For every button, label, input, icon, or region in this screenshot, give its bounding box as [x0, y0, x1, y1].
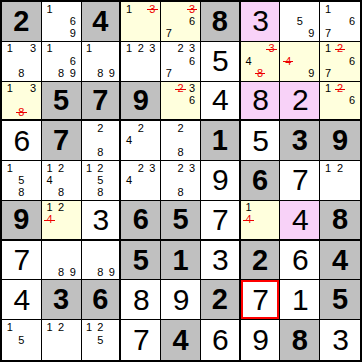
- given-digit: 7: [92, 86, 108, 115]
- empty-candidate-slot: [106, 43, 117, 55]
- cell-r5c9[interactable]: 12: [320, 161, 360, 201]
- given-digit: 5: [332, 285, 348, 314]
- cell-r8c6[interactable]: 2: [201, 280, 241, 320]
- empty-candidate-slot: [306, 3, 318, 15]
- empty-candidate-slot: [44, 254, 56, 266]
- empty-candidate-slot: [95, 346, 106, 359]
- given-digit: 8: [332, 205, 348, 234]
- cell-r2c6[interactable]: 5: [201, 42, 241, 82]
- candidate-8: 8: [55, 266, 67, 278]
- empty-candidate-slot: [67, 242, 79, 254]
- candidate-1: 1: [322, 3, 334, 15]
- cell-r7c9[interactable]: 4: [320, 241, 360, 281]
- cell-r7c4[interactable]: 5: [121, 241, 161, 281]
- empty-candidate-slot: [346, 83, 358, 95]
- given-digit: 5: [133, 246, 149, 275]
- candidate-3: 3: [27, 43, 39, 55]
- pencil-marks: 138: [2, 82, 41, 120]
- candidate-5: 5: [294, 15, 306, 27]
- empty-candidate-slot: [346, 43, 358, 55]
- empty-candidate-slot: [282, 67, 294, 79]
- empty-candidate-slot: [266, 55, 278, 67]
- candidate-1: 1: [84, 43, 95, 55]
- empty-candidate-slot: [266, 202, 278, 214]
- solved-digit: 4: [14, 285, 30, 315]
- cell-r5c1[interactable]: 158: [2, 161, 42, 201]
- cell-r3c1[interactable]: 138: [2, 82, 42, 122]
- solved-digit: 2: [292, 85, 308, 115]
- pencil-marks: 138: [2, 42, 41, 81]
- candidate-8: 8: [95, 147, 106, 159]
- candidate-5: 5: [16, 334, 28, 347]
- empty-candidate-slot: [175, 3, 187, 15]
- empty-candidate-slot: [322, 106, 334, 118]
- empty-candidate-slot: [175, 94, 187, 106]
- cell-r9c4[interactable]: 7: [121, 320, 161, 360]
- cell-r3c8[interactable]: 2: [280, 82, 320, 122]
- candidate-2: 2: [95, 122, 106, 134]
- candidate-6: 6: [186, 15, 198, 27]
- cell-r9c8[interactable]: 8: [280, 320, 320, 360]
- cell-r6c6[interactable]: 7: [201, 201, 241, 241]
- candidate-2: 2: [175, 162, 187, 174]
- empty-candidate-slot: [106, 242, 117, 254]
- cell-r1c6[interactable]: 8: [201, 2, 241, 42]
- empty-candidate-slot: [27, 346, 39, 359]
- empty-candidate-slot: [346, 3, 358, 15]
- candidate-1: 1: [44, 202, 56, 214]
- empty-candidate-slot: [175, 67, 187, 79]
- empty-candidate-slot: [106, 174, 117, 186]
- cell-r2c3[interactable]: 189: [82, 42, 122, 82]
- cell-r1c4[interactable]: 13: [121, 2, 161, 42]
- candidate-1: 1: [322, 83, 334, 95]
- empty-candidate-slot: [186, 67, 198, 79]
- cell-r7c6[interactable]: 3: [201, 241, 241, 281]
- empty-candidate-slot: [67, 321, 79, 334]
- empty-candidate-slot: [147, 187, 159, 199]
- empty-candidate-slot: [175, 28, 187, 40]
- candidate-1: 1: [123, 3, 135, 15]
- empty-candidate-slot: [27, 106, 39, 118]
- pencil-marks: 24: [121, 121, 160, 160]
- cell-r7c7[interactable]: 2: [241, 241, 281, 281]
- empty-candidate-slot: [67, 174, 79, 186]
- candidate-8: 8: [95, 67, 106, 79]
- cell-r4c2[interactable]: 7: [42, 121, 82, 161]
- cell-r5c6[interactable]: 9: [201, 161, 241, 201]
- empty-candidate-slot: [282, 3, 294, 15]
- pencil-marks: 234: [121, 161, 160, 200]
- cell-r4c3[interactable]: 28: [82, 121, 122, 161]
- empty-candidate-slot: [44, 242, 56, 254]
- empty-candidate-slot: [186, 174, 198, 186]
- empty-candidate-slot: [334, 55, 346, 67]
- solved-digit: 4: [292, 205, 308, 235]
- empty-candidate-slot: [135, 187, 147, 199]
- empty-candidate-slot: [123, 55, 135, 67]
- eliminated-candidate-8: 8: [254, 67, 266, 79]
- candidate-8: 8: [16, 67, 28, 79]
- pencil-marks: 59: [280, 2, 319, 41]
- solved-digit: 6: [14, 126, 30, 156]
- cell-r2c5[interactable]: 2367: [161, 42, 201, 82]
- candidate-4: 4: [243, 55, 255, 67]
- empty-candidate-slot: [4, 67, 16, 79]
- cell-r2c8[interactable]: 49: [280, 42, 320, 82]
- empty-candidate-slot: [84, 346, 95, 359]
- cell-r3c4[interactable]: 9: [121, 82, 161, 122]
- cell-r6c1[interactable]: 9: [2, 201, 42, 241]
- cell-r6c7[interactable]: 14: [241, 201, 281, 241]
- empty-candidate-slot: [254, 226, 266, 238]
- pencil-marks: 169: [42, 2, 81, 41]
- cell-r9c2[interactable]: 12: [42, 320, 82, 360]
- cell-r9c1[interactable]: 15: [2, 320, 42, 360]
- empty-candidate-slot: [27, 67, 39, 79]
- candidate-2: 2: [55, 321, 67, 334]
- candidate-3: 3: [147, 162, 159, 174]
- candidate-1: 1: [243, 202, 255, 214]
- candidate-3: 3: [147, 43, 159, 55]
- empty-candidate-slot: [4, 346, 16, 359]
- eliminated-candidate-4: 4: [44, 214, 56, 226]
- empty-candidate-slot: [106, 321, 117, 334]
- eliminated-candidate-8: 8: [16, 106, 28, 118]
- empty-candidate-slot: [346, 162, 358, 174]
- cell-r8c7[interactable]: 7: [241, 280, 281, 320]
- empty-candidate-slot: [163, 43, 175, 55]
- pencil-marks: 2367: [161, 42, 200, 81]
- given-digit: 2: [212, 285, 228, 314]
- pencil-marks: 189: [82, 42, 120, 81]
- empty-candidate-slot: [294, 28, 306, 40]
- cell-r5c2[interactable]: 1248: [42, 161, 82, 201]
- empty-candidate-slot: [163, 122, 175, 134]
- empty-candidate-slot: [27, 334, 39, 347]
- empty-candidate-slot: [4, 187, 16, 199]
- empty-candidate-slot: [44, 67, 56, 79]
- cell-r4c4[interactable]: 24: [121, 121, 161, 161]
- candidate-2: 2: [334, 162, 346, 174]
- solved-digit: 3: [332, 325, 348, 355]
- cell-r7c2[interactable]: 89: [42, 241, 82, 281]
- candidate-3: 3: [186, 43, 198, 55]
- candidate-2: 2: [135, 43, 147, 55]
- solved-digit: 8: [133, 285, 149, 315]
- empty-candidate-slot: [186, 106, 198, 118]
- solved-digit: 6: [292, 245, 308, 275]
- empty-candidate-slot: [106, 187, 117, 199]
- cell-r4c7[interactable]: 5: [241, 121, 281, 161]
- empty-candidate-slot: [16, 321, 28, 334]
- cell-r3c9[interactable]: 126: [320, 82, 360, 122]
- cell-r8c1[interactable]: 4: [2, 280, 42, 320]
- empty-candidate-slot: [67, 187, 79, 199]
- empty-candidate-slot: [106, 135, 117, 147]
- cell-r3c5[interactable]: 236: [161, 82, 201, 122]
- candidate-4: 4: [123, 174, 135, 186]
- given-digit: 9: [133, 86, 149, 115]
- cell-r9c6[interactable]: 6: [201, 320, 241, 360]
- pencil-marks: 236: [161, 82, 200, 120]
- empty-candidate-slot: [44, 346, 56, 359]
- empty-candidate-slot: [84, 334, 95, 347]
- cell-r2c9[interactable]: 1267: [320, 42, 360, 82]
- given-digit: 6: [133, 205, 149, 234]
- empty-candidate-slot: [123, 28, 135, 40]
- cell-r2c1[interactable]: 138: [2, 42, 42, 82]
- cell-r3c7[interactable]: 8: [241, 82, 281, 122]
- candidate-6: 6: [346, 55, 358, 67]
- candidate-4: 4: [123, 135, 135, 147]
- empty-candidate-slot: [266, 226, 278, 238]
- cell-r7c3[interactable]: 89: [82, 241, 122, 281]
- eliminated-candidate-3: 3: [266, 43, 278, 55]
- cell-r6c5[interactable]: 5: [161, 201, 201, 241]
- empty-candidate-slot: [334, 28, 346, 40]
- cell-r5c3[interactable]: 1258: [82, 161, 122, 201]
- empty-candidate-slot: [147, 55, 159, 67]
- candidate-7: 7: [163, 67, 175, 79]
- empty-candidate-slot: [16, 346, 28, 359]
- empty-candidate-slot: [147, 122, 159, 134]
- solved-digit: 7: [133, 325, 149, 355]
- cell-r6c3[interactable]: 3: [82, 201, 122, 241]
- empty-candidate-slot: [44, 15, 56, 27]
- candidate-1: 1: [44, 43, 56, 55]
- cell-r5c7[interactable]: 6: [241, 161, 281, 201]
- empty-candidate-slot: [334, 94, 346, 106]
- empty-candidate-slot: [44, 55, 56, 67]
- cell-r1c5[interactable]: 367: [161, 2, 201, 42]
- empty-candidate-slot: [254, 214, 266, 226]
- empty-candidate-slot: [175, 135, 187, 147]
- cell-r8c5[interactable]: 9: [161, 280, 201, 320]
- solved-digit: 4: [212, 85, 228, 115]
- candidate-5: 5: [16, 174, 28, 186]
- cell-r5c5[interactable]: 238: [161, 161, 201, 201]
- empty-candidate-slot: [322, 15, 334, 27]
- empty-candidate-slot: [294, 55, 306, 67]
- cell-r1c9[interactable]: 167: [320, 2, 360, 42]
- empty-candidate-slot: [55, 226, 67, 238]
- empty-candidate-slot: [254, 43, 266, 55]
- empty-candidate-slot: [163, 147, 175, 159]
- eliminated-candidate-3: 3: [186, 3, 198, 15]
- empty-candidate-slot: [282, 15, 294, 27]
- given-digit: 3: [292, 126, 308, 155]
- empty-candidate-slot: [27, 187, 39, 199]
- given-digit: 9: [332, 126, 348, 155]
- empty-candidate-slot: [95, 43, 106, 55]
- empty-candidate-slot: [135, 28, 147, 40]
- given-digit: 9: [13, 205, 29, 234]
- cell-r1c8[interactable]: 59: [280, 2, 320, 42]
- empty-candidate-slot: [147, 174, 159, 186]
- cell-r9c7[interactable]: 9: [241, 320, 281, 360]
- cell-r3c2[interactable]: 5: [42, 82, 82, 122]
- cell-r8c9[interactable]: 5: [320, 280, 360, 320]
- empty-candidate-slot: [106, 162, 117, 174]
- empty-candidate-slot: [16, 83, 28, 95]
- empty-candidate-slot: [106, 346, 117, 359]
- empty-candidate-slot: [95, 242, 106, 254]
- cell-r7c8[interactable]: 6: [280, 241, 320, 281]
- empty-candidate-slot: [67, 3, 79, 15]
- eliminated-candidate-4: 4: [243, 214, 255, 226]
- empty-candidate-slot: [346, 187, 358, 199]
- candidate-7: 7: [163, 28, 175, 40]
- cell-r6c4[interactable]: 6: [121, 201, 161, 241]
- cell-r9c9[interactable]: 3: [320, 320, 360, 360]
- empty-candidate-slot: [294, 3, 306, 15]
- cell-r3c3[interactable]: 7: [82, 82, 122, 122]
- empty-candidate-slot: [306, 55, 318, 67]
- empty-candidate-slot: [55, 43, 67, 55]
- empty-candidate-slot: [163, 55, 175, 67]
- empty-candidate-slot: [282, 28, 294, 40]
- cell-r1c1[interactable]: 2: [2, 2, 42, 42]
- cell-r8c8[interactable]: 1: [280, 280, 320, 320]
- cell-r1c2[interactable]: 169: [42, 2, 82, 42]
- pencil-marks: 28: [82, 121, 120, 160]
- empty-candidate-slot: [346, 67, 358, 79]
- empty-candidate-slot: [67, 334, 79, 347]
- empty-candidate-slot: [84, 187, 95, 199]
- candidate-8: 8: [55, 187, 67, 199]
- empty-candidate-slot: [135, 3, 147, 15]
- candidate-8: 8: [95, 266, 106, 278]
- solved-digit: 5: [212, 46, 228, 76]
- empty-candidate-slot: [135, 174, 147, 186]
- empty-candidate-slot: [84, 147, 95, 159]
- cell-r8c3[interactable]: 6: [82, 280, 122, 320]
- candidate-6: 6: [67, 55, 79, 67]
- cell-r4c9[interactable]: 9: [320, 121, 360, 161]
- pencil-marks: 124: [42, 201, 81, 239]
- empty-candidate-slot: [67, 162, 79, 174]
- cell-r8c2[interactable]: 3: [42, 280, 82, 320]
- pencil-marks: 28: [161, 121, 200, 160]
- empty-candidate-slot: [135, 55, 147, 67]
- empty-candidate-slot: [334, 187, 346, 199]
- given-digit: 3: [53, 285, 69, 314]
- empty-candidate-slot: [123, 122, 135, 134]
- cell-r9c5[interactable]: 4: [161, 320, 201, 360]
- given-digit: 2: [252, 246, 268, 275]
- empty-candidate-slot: [67, 214, 79, 226]
- eliminated-candidate-2: 2: [334, 83, 346, 95]
- cell-r6c9[interactable]: 8: [320, 201, 360, 241]
- empty-candidate-slot: [84, 266, 95, 278]
- empty-candidate-slot: [4, 94, 16, 106]
- solved-digit: 9: [212, 165, 228, 195]
- candidate-1: 1: [322, 43, 334, 55]
- empty-candidate-slot: [334, 106, 346, 118]
- empty-candidate-slot: [55, 242, 67, 254]
- empty-candidate-slot: [243, 43, 255, 55]
- empty-candidate-slot: [147, 147, 159, 159]
- candidate-3: 3: [186, 83, 198, 95]
- empty-candidate-slot: [175, 15, 187, 27]
- eliminated-candidate-2: 2: [334, 43, 346, 55]
- candidate-6: 6: [67, 15, 79, 27]
- pencil-marks: 348: [241, 42, 280, 81]
- empty-candidate-slot: [294, 67, 306, 79]
- cell-r3c6[interactable]: 4: [201, 82, 241, 122]
- empty-candidate-slot: [106, 122, 117, 134]
- given-digit: 1: [212, 126, 228, 155]
- candidate-7: 7: [322, 67, 334, 79]
- solved-digit: 9: [252, 325, 268, 355]
- empty-candidate-slot: [322, 94, 334, 106]
- solved-digit: 9: [173, 285, 189, 315]
- empty-candidate-slot: [334, 174, 346, 186]
- cell-r7c1[interactable]: 7: [2, 241, 42, 281]
- cell-r6c2[interactable]: 124: [42, 201, 82, 241]
- candidate-9: 9: [106, 266, 117, 278]
- cell-r5c4[interactable]: 234: [121, 161, 161, 201]
- empty-candidate-slot: [163, 3, 175, 15]
- empty-candidate-slot: [55, 214, 67, 226]
- cell-r5c8[interactable]: 7: [280, 161, 320, 201]
- given-digit: 6: [252, 166, 268, 195]
- empty-candidate-slot: [175, 174, 187, 186]
- cell-r7c5[interactable]: 1: [161, 241, 201, 281]
- empty-candidate-slot: [84, 242, 95, 254]
- cell-r4c1[interactable]: 6: [2, 121, 42, 161]
- empty-candidate-slot: [322, 174, 334, 186]
- empty-candidate-slot: [163, 187, 175, 199]
- candidate-9: 9: [67, 266, 79, 278]
- empty-candidate-slot: [163, 15, 175, 27]
- empty-candidate-slot: [106, 147, 117, 159]
- empty-candidate-slot: [16, 43, 28, 55]
- empty-candidate-slot: [175, 106, 187, 118]
- cell-r2c4[interactable]: 123: [121, 42, 161, 82]
- empty-candidate-slot: [123, 187, 135, 199]
- given-digit: 5: [53, 86, 69, 115]
- cell-r1c3[interactable]: 4: [82, 2, 122, 42]
- pencil-marks: 1689: [42, 42, 81, 81]
- candidate-1: 1: [44, 321, 56, 334]
- empty-candidate-slot: [95, 55, 106, 67]
- cell-r8c4[interactable]: 8: [121, 280, 161, 320]
- empty-candidate-slot: [186, 135, 198, 147]
- cell-r6c8[interactable]: 4: [280, 201, 320, 241]
- solved-digit: 3: [93, 205, 109, 235]
- empty-candidate-slot: [135, 147, 147, 159]
- eliminated-candidate-4: 4: [282, 55, 294, 67]
- cell-r2c7[interactable]: 348: [241, 42, 281, 82]
- given-digit: 4: [172, 326, 188, 355]
- empty-candidate-slot: [346, 174, 358, 186]
- empty-candidate-slot: [346, 106, 358, 118]
- cell-r4c6[interactable]: 1: [201, 121, 241, 161]
- candidate-1: 1: [44, 162, 56, 174]
- cell-r4c5[interactable]: 28: [161, 121, 201, 161]
- candidate-1: 1: [44, 3, 56, 15]
- cell-r4c8[interactable]: 3: [280, 121, 320, 161]
- solved-digit: 1: [292, 285, 308, 315]
- cell-r2c2[interactable]: 1689: [42, 42, 82, 82]
- cell-r1c7[interactable]: 3: [241, 2, 281, 42]
- candidate-9: 9: [106, 67, 117, 79]
- candidate-2: 2: [135, 162, 147, 174]
- candidate-1: 1: [4, 162, 16, 174]
- cell-r9c3[interactable]: 125: [82, 320, 122, 360]
